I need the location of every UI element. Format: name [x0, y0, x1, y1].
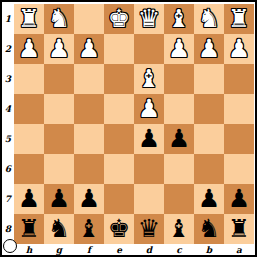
black-pawn-a7[interactable]: ♟: [228, 184, 250, 214]
white-pawn-h2[interactable]: ♟: [18, 34, 40, 64]
square-c1[interactable]: ♝: [164, 4, 194, 34]
square-a3[interactable]: [224, 64, 254, 94]
square-a8[interactable]: ♜: [224, 214, 254, 244]
square-c7[interactable]: [164, 184, 194, 214]
square-d3[interactable]: ♝: [134, 64, 164, 94]
square-h1[interactable]: ♜: [14, 4, 44, 34]
black-pawn-f7[interactable]: ♟: [78, 184, 100, 214]
square-d5[interactable]: ♟: [134, 124, 164, 154]
square-g4[interactable]: [44, 94, 74, 124]
file-label-d: d: [134, 244, 164, 255]
file-label-b: b: [194, 244, 224, 255]
black-rook-a8[interactable]: ♜: [228, 214, 250, 244]
rank-labels: 12345678: [2, 4, 14, 244]
square-e3[interactable]: [104, 64, 134, 94]
square-f5[interactable]: [74, 124, 104, 154]
square-b4[interactable]: [194, 94, 224, 124]
square-c6[interactable]: [164, 154, 194, 184]
square-d6[interactable]: [134, 154, 164, 184]
square-d7[interactable]: [134, 184, 164, 214]
square-g1[interactable]: ♞: [44, 4, 74, 34]
black-pawn-b7[interactable]: ♟: [198, 184, 220, 214]
white-queen-d1[interactable]: ♛: [138, 4, 160, 34]
white-pawn-b2[interactable]: ♟: [198, 34, 220, 64]
black-bishop-f8[interactable]: ♝: [78, 214, 100, 244]
square-e8[interactable]: ♚: [104, 214, 134, 244]
white-bishop-d3[interactable]: ♝: [138, 64, 160, 94]
square-h7[interactable]: ♟: [14, 184, 44, 214]
square-f8[interactable]: ♝: [74, 214, 104, 244]
black-pawn-h7[interactable]: ♟: [18, 184, 40, 214]
square-d2[interactable]: [134, 34, 164, 64]
square-b6[interactable]: [194, 154, 224, 184]
square-h3[interactable]: [14, 64, 44, 94]
square-f3[interactable]: [74, 64, 104, 94]
white-king-e1[interactable]: ♚: [108, 4, 130, 34]
chess-board-widget: 12345678 ♜♞♚♛♝♞♜♟♟♟♟♟♟♝♟♟♟♟♟♟♟♟♜♞♝♚♛♝♞♜ …: [0, 0, 257, 257]
square-h8[interactable]: ♜: [14, 214, 44, 244]
square-f2[interactable]: ♟: [74, 34, 104, 64]
white-bishop-c1[interactable]: ♝: [168, 4, 190, 34]
rank-label-5: 5: [2, 124, 14, 154]
black-pawn-g7[interactable]: ♟: [48, 184, 70, 214]
square-e1[interactable]: ♚: [104, 4, 134, 34]
square-b8[interactable]: ♞: [194, 214, 224, 244]
white-pawn-c2[interactable]: ♟: [168, 34, 190, 64]
square-a4[interactable]: [224, 94, 254, 124]
square-e6[interactable]: [104, 154, 134, 184]
square-h4[interactable]: [14, 94, 44, 124]
black-knight-b8[interactable]: ♞: [198, 214, 220, 244]
rank-label-6: 6: [2, 154, 14, 184]
square-a7[interactable]: ♟: [224, 184, 254, 214]
square-f6[interactable]: [74, 154, 104, 184]
square-h6[interactable]: [14, 154, 44, 184]
square-g2[interactable]: ♟: [44, 34, 74, 64]
white-rook-a1[interactable]: ♜: [228, 4, 250, 34]
square-g7[interactable]: ♟: [44, 184, 74, 214]
square-b7[interactable]: ♟: [194, 184, 224, 214]
rank-label-1: 1: [2, 4, 14, 34]
white-pawn-f2[interactable]: ♟: [78, 34, 100, 64]
black-pawn-d5[interactable]: ♟: [138, 124, 160, 154]
square-e2[interactable]: [104, 34, 134, 64]
square-b5[interactable]: [194, 124, 224, 154]
square-e5[interactable]: [104, 124, 134, 154]
square-e7[interactable]: [104, 184, 134, 214]
rank-label-7: 7: [2, 184, 14, 214]
square-d1[interactable]: ♛: [134, 4, 164, 34]
square-c5[interactable]: ♟: [164, 124, 194, 154]
square-g5[interactable]: [44, 124, 74, 154]
file-label-c: c: [164, 244, 194, 255]
square-d4[interactable]: ♟: [134, 94, 164, 124]
square-h2[interactable]: ♟: [14, 34, 44, 64]
white-pawn-d4[interactable]: ♟: [138, 94, 160, 124]
white-knight-g1[interactable]: ♞: [48, 4, 70, 34]
square-c3[interactable]: [164, 64, 194, 94]
square-e4[interactable]: [104, 94, 134, 124]
square-c4[interactable]: [164, 94, 194, 124]
square-a2[interactable]: ♟: [224, 34, 254, 64]
square-c8[interactable]: ♝: [164, 214, 194, 244]
black-bishop-c8[interactable]: ♝: [168, 214, 190, 244]
square-g8[interactable]: ♞: [44, 214, 74, 244]
square-c2[interactable]: ♟: [164, 34, 194, 64]
square-a1[interactable]: ♜: [224, 4, 254, 34]
square-f1[interactable]: [74, 4, 104, 34]
white-pawn-a2[interactable]: ♟: [228, 34, 250, 64]
rank-label-2: 2: [2, 34, 14, 64]
black-pawn-c5[interactable]: ♟: [168, 124, 190, 154]
black-queen-d8[interactable]: ♛: [138, 214, 160, 244]
square-a5[interactable]: [224, 124, 254, 154]
white-rook-h1[interactable]: ♜: [18, 4, 40, 34]
square-g6[interactable]: [44, 154, 74, 184]
file-label-a: a: [224, 244, 254, 255]
square-b1[interactable]: ♞: [194, 4, 224, 34]
square-a6[interactable]: [224, 154, 254, 184]
file-label-e: e: [104, 244, 134, 255]
white-to-move-indicator: [3, 239, 17, 253]
square-f4[interactable]: [74, 94, 104, 124]
square-b3[interactable]: [194, 64, 224, 94]
rank-label-4: 4: [2, 94, 14, 124]
file-labels: hgfedcba: [14, 244, 254, 255]
file-label-h: h: [14, 244, 44, 255]
black-king-e8[interactable]: ♚: [108, 214, 130, 244]
square-b2[interactable]: ♟: [194, 34, 224, 64]
file-label-g: g: [44, 244, 74, 255]
rank-label-3: 3: [2, 64, 14, 94]
black-rook-h8[interactable]: ♜: [18, 214, 40, 244]
square-g3[interactable]: [44, 64, 74, 94]
black-knight-g8[interactable]: ♞: [48, 214, 70, 244]
chess-board: ♜♞♚♛♝♞♜♟♟♟♟♟♟♝♟♟♟♟♟♟♟♟♜♞♝♚♛♝♞♜: [14, 4, 254, 244]
square-d8[interactable]: ♛: [134, 214, 164, 244]
square-f7[interactable]: ♟: [74, 184, 104, 214]
white-knight-b1[interactable]: ♞: [198, 4, 220, 34]
white-pawn-g2[interactable]: ♟: [48, 34, 70, 64]
file-label-f: f: [74, 244, 104, 255]
square-h5[interactable]: [14, 124, 44, 154]
